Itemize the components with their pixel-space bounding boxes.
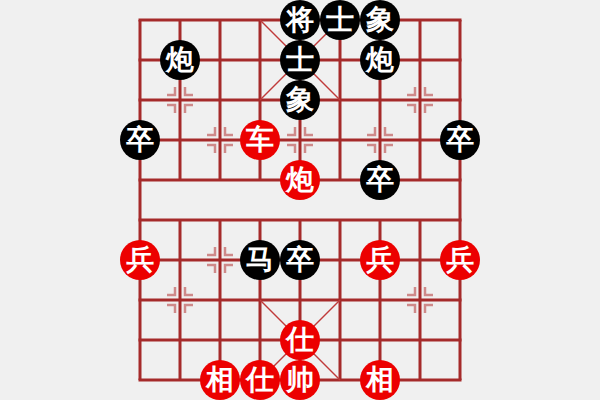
point-marker [407,105,415,113]
point-marker [225,145,233,153]
point-marker [425,105,433,113]
piece-black-pawn-4[interactable]: 卒 [280,240,320,280]
piece-red-advisor-2[interactable]: 仕 [240,360,280,400]
piece-red-elephant-2[interactable]: 相 [360,360,400,400]
point-marker [185,305,193,313]
point-marker [207,265,215,273]
point-marker [385,145,393,153]
piece-red-pawn-1[interactable]: 兵 [120,240,160,280]
point-marker [225,127,233,135]
point-marker [207,127,215,135]
piece-black-pawn-1[interactable]: 卒 [120,120,160,160]
point-marker [167,105,175,113]
point-marker [407,305,415,313]
point-marker [167,87,175,95]
xiangqi-board-stage: 将士象炮士炮象卒卒卒马卒车炮兵兵兵仕相仕帅相 [0,0,600,400]
point-marker [367,127,375,135]
point-marker [407,87,415,95]
piece-red-chariot[interactable]: 车 [240,120,280,160]
piece-red-elephant-1[interactable]: 相 [200,360,240,400]
piece-black-advisor-2[interactable]: 士 [280,40,320,80]
piece-black-cannon-1[interactable]: 炮 [160,40,200,80]
point-marker [225,265,233,273]
piece-black-general[interactable]: 将 [280,0,320,40]
piece-red-pawn-2[interactable]: 兵 [360,240,400,280]
piece-black-pawn-3[interactable]: 卒 [360,160,400,200]
piece-black-elephant-2[interactable]: 象 [280,80,320,120]
point-marker [167,305,175,313]
piece-red-general[interactable]: 帅 [280,360,320,400]
piece-red-pawn-3[interactable]: 兵 [440,240,480,280]
piece-black-advisor-1[interactable]: 士 [320,0,360,40]
point-marker [305,127,313,135]
point-marker [167,287,175,295]
piece-red-advisor-1[interactable]: 仕 [280,320,320,360]
point-marker [407,287,415,295]
piece-red-cannon[interactable]: 炮 [280,160,320,200]
point-marker [207,247,215,255]
point-marker [367,145,375,153]
piece-black-pawn-2[interactable]: 卒 [440,120,480,160]
point-marker [185,87,193,95]
piece-black-cannon-2[interactable]: 炮 [360,40,400,80]
point-marker [225,247,233,255]
point-marker [185,105,193,113]
point-marker [287,145,295,153]
piece-black-elephant-1[interactable]: 象 [360,0,400,40]
point-marker [305,145,313,153]
point-marker [287,127,295,135]
point-marker [185,287,193,295]
point-marker [385,127,393,135]
point-marker [207,145,215,153]
point-marker [425,87,433,95]
point-marker [425,305,433,313]
point-marker [425,287,433,295]
piece-black-horse[interactable]: 马 [240,240,280,280]
